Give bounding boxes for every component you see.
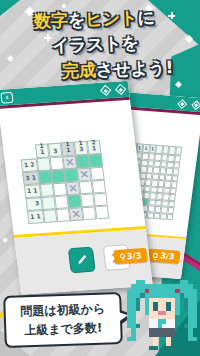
clue-corner [19,144,37,159]
cell-r3c5[interactable] [92,180,107,194]
bubble-line2: 上級まで多数! [24,319,103,340]
speech-bubble: 問題は初級から 上級まで多数! [3,292,123,348]
miku-pixel-sprite [127,280,197,350]
edit-diamond-icon[interactable] [100,85,111,96]
app-store-screenshot: 数字をヒントに イラストを 完成させよう! ‹ 1 131 11 32 11 2… [0,0,200,356]
nonogram-grid-left: 1 131 11 32 11 2×3 1×1 1×31 1× [19,140,109,224]
cell-r1c5[interactable] [88,154,103,168]
lightbulb-icon [153,253,159,258]
lightbulb-icon [119,253,125,258]
sparkle-icon [7,55,14,62]
headline-line2: イラストを [52,31,140,57]
headline-line1: 数字をヒントに [34,6,156,33]
cell-r2c5[interactable] [90,167,105,181]
hint-counter-right[interactable]: 3/3 [147,248,181,263]
row-clue-2: 3 1 [22,171,40,185]
row-clue-1: 1 2 [21,158,39,172]
sparkle-plus-icon [168,12,175,19]
cell-r4c5[interactable] [93,193,108,207]
cell-r5c5[interactable] [95,205,110,219]
settings-diamond-icon[interactable] [115,84,126,95]
speech-bubble-tail-inner [117,310,128,321]
pencil-tool-button[interactable] [68,246,96,273]
row-clue-3: 1 1 [24,184,42,198]
back-button[interactable]: ‹ [0,91,13,103]
cell-r10c10[interactable] [166,213,173,220]
row-clue-4: 3 [25,197,43,211]
corner-triangle-top-left [0,0,20,16]
edit-diamond-icon[interactable] [177,99,187,109]
pencil-icon [74,252,90,267]
headline-line3: 完成させよう! [62,56,174,83]
phone-screen-left: ‹ 1 131 11 32 11 2×3 1×1 1×31 1× × 3/3 [0,81,153,295]
sparkle-icon [2,237,8,243]
col-clue-5: 2 1 [87,140,102,155]
settings-diamond-icon[interactable] [191,100,200,110]
sparkle-plus-icon [44,34,51,41]
row-clue-5: 1 1 [27,210,45,224]
col-clue-10 [175,146,183,155]
hint-counter-left[interactable]: 3/3 [113,247,148,263]
